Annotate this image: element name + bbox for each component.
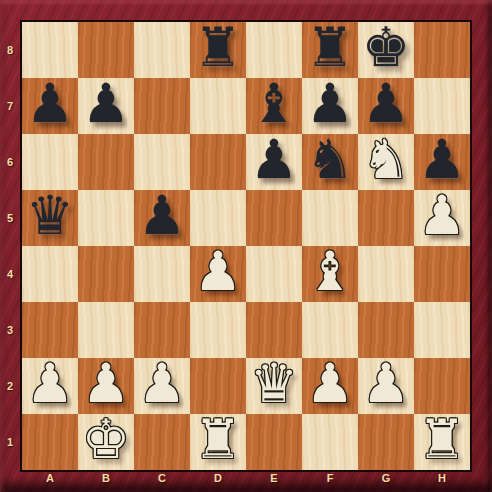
square-f8[interactable]: ♜	[302, 22, 358, 78]
square-f1[interactable]	[302, 414, 358, 470]
square-h1[interactable]: ♜	[414, 414, 470, 470]
square-e2[interactable]: ♛	[246, 358, 302, 414]
piece-white-pawn-d4[interactable]: ♟	[194, 245, 242, 299]
piece-white-rook-h1[interactable]: ♜	[418, 413, 466, 467]
piece-black-pawn-c5[interactable]: ♟	[138, 189, 186, 243]
square-e6[interactable]: ♟	[246, 134, 302, 190]
square-c5[interactable]: ♟	[134, 190, 190, 246]
square-b6[interactable]	[78, 134, 134, 190]
square-d6[interactable]	[190, 134, 246, 190]
square-e5[interactable]	[246, 190, 302, 246]
square-h4[interactable]	[414, 246, 470, 302]
chess-board[interactable]: ♜♜♚♟♟♝♟♟♟♞♞♟♛♟♟♟♝♟♟♟♛♟♟♚♜♜	[20, 20, 472, 472]
square-a8[interactable]	[22, 22, 78, 78]
square-e1[interactable]	[246, 414, 302, 470]
file-label-h: H	[414, 469, 470, 490]
square-c7[interactable]	[134, 78, 190, 134]
piece-white-pawn-a2[interactable]: ♟	[26, 357, 74, 411]
rank-label-6: 6	[0, 134, 20, 190]
piece-white-bishop-f4[interactable]: ♝	[306, 245, 354, 299]
square-f3[interactable]	[302, 302, 358, 358]
square-f7[interactable]: ♟	[302, 78, 358, 134]
square-g1[interactable]	[358, 414, 414, 470]
file-label-g: G	[358, 469, 414, 490]
piece-black-pawn-e6[interactable]: ♟	[250, 133, 298, 187]
square-b4[interactable]	[78, 246, 134, 302]
piece-black-knight-f6[interactable]: ♞	[306, 133, 354, 187]
piece-white-pawn-c2[interactable]: ♟	[138, 357, 186, 411]
square-c8[interactable]	[134, 22, 190, 78]
rank-label-1: 1	[0, 414, 20, 470]
square-d8[interactable]: ♜	[190, 22, 246, 78]
square-f4[interactable]: ♝	[302, 246, 358, 302]
square-a2[interactable]: ♟	[22, 358, 78, 414]
square-e3[interactable]	[246, 302, 302, 358]
piece-black-king-g8[interactable]: ♚	[362, 21, 410, 75]
rank-label-5: 5	[0, 190, 20, 246]
square-h3[interactable]	[414, 302, 470, 358]
file-label-b: B	[78, 469, 134, 490]
piece-white-king-b1[interactable]: ♚	[82, 413, 130, 467]
rank-labels: 87654321	[0, 22, 20, 470]
square-f2[interactable]: ♟	[302, 358, 358, 414]
square-g5[interactable]	[358, 190, 414, 246]
rank-label-2: 2	[0, 358, 20, 414]
square-b5[interactable]	[78, 190, 134, 246]
piece-black-pawn-g7[interactable]: ♟	[362, 77, 410, 131]
square-e8[interactable]	[246, 22, 302, 78]
piece-white-pawn-b2[interactable]: ♟	[82, 357, 130, 411]
piece-black-rook-d8[interactable]: ♜	[194, 21, 242, 75]
piece-white-knight-g6[interactable]: ♞	[362, 133, 410, 187]
piece-black-bishop-e7[interactable]: ♝	[250, 77, 298, 131]
square-g6[interactable]: ♞	[358, 134, 414, 190]
rank-label-3: 3	[0, 302, 20, 358]
square-b7[interactable]: ♟	[78, 78, 134, 134]
piece-black-pawn-f7[interactable]: ♟	[306, 77, 354, 131]
piece-white-pawn-f2[interactable]: ♟	[306, 357, 354, 411]
square-d7[interactable]	[190, 78, 246, 134]
square-c1[interactable]	[134, 414, 190, 470]
square-b8[interactable]	[78, 22, 134, 78]
square-e7[interactable]: ♝	[246, 78, 302, 134]
square-c3[interactable]	[134, 302, 190, 358]
piece-white-rook-d1[interactable]: ♜	[194, 413, 242, 467]
square-g2[interactable]: ♟	[358, 358, 414, 414]
square-a7[interactable]: ♟	[22, 78, 78, 134]
square-f5[interactable]	[302, 190, 358, 246]
square-h6[interactable]: ♟	[414, 134, 470, 190]
rank-label-8: 8	[0, 22, 20, 78]
square-b1[interactable]: ♚	[78, 414, 134, 470]
piece-black-queen-a5[interactable]: ♛	[26, 189, 74, 243]
file-labels: ABCDEFGH	[22, 469, 470, 490]
square-d4[interactable]: ♟	[190, 246, 246, 302]
file-label-d: D	[190, 469, 246, 490]
square-d2[interactable]	[190, 358, 246, 414]
piece-white-pawn-h5[interactable]: ♟	[418, 189, 466, 243]
square-d5[interactable]	[190, 190, 246, 246]
square-h8[interactable]	[414, 22, 470, 78]
chess-board-frame: 87654321 ♜♜♚♟♟♝♟♟♟♞♞♟♛♟♟♟♝♟♟♟♛♟♟♚♜♜ ABCD…	[0, 0, 492, 492]
square-h2[interactable]	[414, 358, 470, 414]
piece-black-rook-f8[interactable]: ♜	[306, 21, 354, 75]
piece-black-pawn-h6[interactable]: ♟	[418, 133, 466, 187]
square-c2[interactable]: ♟	[134, 358, 190, 414]
square-a1[interactable]	[22, 414, 78, 470]
file-label-e: E	[246, 469, 302, 490]
file-label-f: F	[302, 469, 358, 490]
square-g3[interactable]	[358, 302, 414, 358]
square-d1[interactable]: ♜	[190, 414, 246, 470]
rank-label-4: 4	[0, 246, 20, 302]
square-a3[interactable]	[22, 302, 78, 358]
square-h7[interactable]	[414, 78, 470, 134]
rank-label-7: 7	[0, 78, 20, 134]
piece-black-pawn-b7[interactable]: ♟	[82, 77, 130, 131]
file-label-c: C	[134, 469, 190, 490]
square-c6[interactable]	[134, 134, 190, 190]
square-f6[interactable]: ♞	[302, 134, 358, 190]
square-e4[interactable]	[246, 246, 302, 302]
square-a5[interactable]: ♛	[22, 190, 78, 246]
piece-black-pawn-a7[interactable]: ♟	[26, 77, 74, 131]
square-g4[interactable]	[358, 246, 414, 302]
square-g8[interactable]: ♚	[358, 22, 414, 78]
piece-white-queen-e2[interactable]: ♛	[250, 357, 298, 411]
file-label-a: A	[22, 469, 78, 490]
square-a6[interactable]	[22, 134, 78, 190]
square-h5[interactable]: ♟	[414, 190, 470, 246]
square-d3[interactable]	[190, 302, 246, 358]
square-b3[interactable]	[78, 302, 134, 358]
square-c4[interactable]	[134, 246, 190, 302]
piece-white-pawn-g2[interactable]: ♟	[362, 357, 410, 411]
square-a4[interactable]	[22, 246, 78, 302]
square-g7[interactable]: ♟	[358, 78, 414, 134]
square-b2[interactable]: ♟	[78, 358, 134, 414]
